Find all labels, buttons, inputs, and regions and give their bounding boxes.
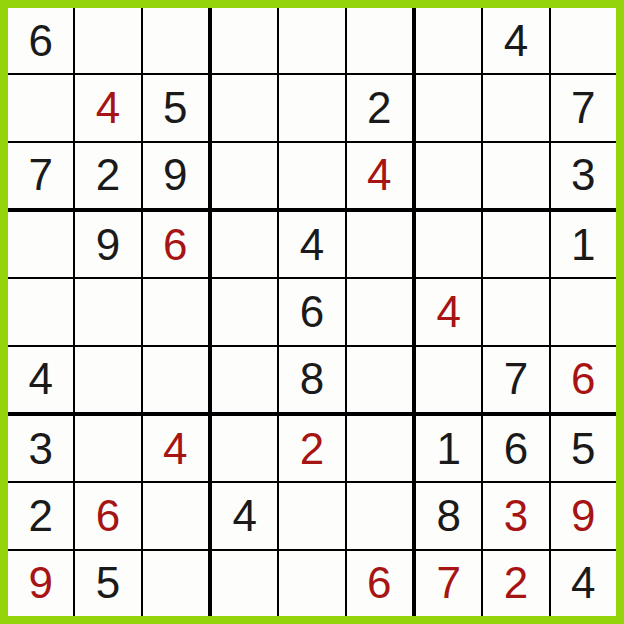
cell-r1c7[interactable] [416,8,481,73]
cell-r6c5[interactable]: 8 [279,347,344,412]
cell-r3c1[interactable]: 7 [8,143,73,208]
cell-r7c4[interactable] [212,416,277,481]
cell-r6c6[interactable] [347,347,412,412]
cell-r6c8[interactable]: 7 [483,347,548,412]
cell-r8c8[interactable]: 3 [483,483,548,548]
cell-r1c6[interactable] [347,8,412,73]
cell-r9c4[interactable] [212,551,277,616]
block-5: 468 [212,212,412,412]
cell-r1c1[interactable]: 6 [8,8,73,73]
cell-r2c1[interactable] [8,75,73,140]
cell-r2c4[interactable] [212,75,277,140]
cell-r3c7[interactable] [416,143,481,208]
cell-r5c8[interactable] [483,279,548,344]
cell-r4c4[interactable] [212,212,277,277]
cell-r9c7[interactable]: 7 [416,551,481,616]
cell-r9c2[interactable]: 5 [75,551,140,616]
cell-r2c5[interactable] [279,75,344,140]
cell-r4c9[interactable]: 1 [551,212,616,277]
cell-r4c6[interactable] [347,212,412,277]
cell-r2c9[interactable]: 7 [551,75,616,140]
cell-r3c8[interactable] [483,143,548,208]
cell-r2c2[interactable]: 4 [75,75,140,140]
cell-r5c7[interactable]: 4 [416,279,481,344]
cell-r8c7[interactable]: 8 [416,483,481,548]
block-7: 342695 [8,416,208,616]
cell-r5c1[interactable] [8,279,73,344]
cell-r8c3[interactable] [143,483,208,548]
cell-r1c4[interactable] [212,8,277,73]
cell-r5c3[interactable] [143,279,208,344]
cell-r3c2[interactable]: 2 [75,143,140,208]
cell-r7c9[interactable]: 5 [551,416,616,481]
cell-r6c4[interactable] [212,347,277,412]
cell-r9c1[interactable]: 9 [8,551,73,616]
block-6: 1476 [416,212,616,412]
cell-r4c7[interactable] [416,212,481,277]
cell-r5c4[interactable] [212,279,277,344]
cell-r7c3[interactable]: 4 [143,416,208,481]
cell-r5c6[interactable] [347,279,412,344]
cell-r3c9[interactable]: 3 [551,143,616,208]
cell-r9c3[interactable] [143,551,208,616]
cell-r3c6[interactable]: 4 [347,143,412,208]
cell-r2c8[interactable] [483,75,548,140]
cell-r2c7[interactable] [416,75,481,140]
cell-r6c3[interactable] [143,347,208,412]
cell-r4c1[interactable] [8,212,73,277]
cell-r5c2[interactable] [75,279,140,344]
cell-r8c9[interactable]: 9 [551,483,616,548]
cell-r9c5[interactable] [279,551,344,616]
cell-r3c4[interactable] [212,143,277,208]
block-8: 246 [212,416,412,616]
cell-r3c3[interactable]: 9 [143,143,208,208]
cell-r8c6[interactable] [347,483,412,548]
cell-r8c5[interactable] [279,483,344,548]
block-9: 165839724 [416,416,616,616]
cell-r2c3[interactable]: 5 [143,75,208,140]
cell-r9c8[interactable]: 2 [483,551,548,616]
cell-r1c2[interactable] [75,8,140,73]
cell-r1c3[interactable] [143,8,208,73]
cell-r1c5[interactable] [279,8,344,73]
cell-r4c3[interactable]: 6 [143,212,208,277]
cell-r7c6[interactable] [347,416,412,481]
cell-r7c7[interactable]: 1 [416,416,481,481]
cell-r6c2[interactable] [75,347,140,412]
cell-r8c4[interactable]: 4 [212,483,277,548]
block-3: 473 [416,8,616,208]
block-1: 645729 [8,8,208,208]
cell-r4c5[interactable]: 4 [279,212,344,277]
cell-r7c2[interactable] [75,416,140,481]
cell-r3c5[interactable] [279,143,344,208]
cell-r9c6[interactable]: 6 [347,551,412,616]
sudoku-board: 645729244739644681476342695246165839724 [0,0,624,624]
cell-r1c9[interactable] [551,8,616,73]
cell-r8c2[interactable]: 6 [75,483,140,548]
cell-r4c8[interactable] [483,212,548,277]
cell-r2c6[interactable]: 2 [347,75,412,140]
cell-r8c1[interactable]: 2 [8,483,73,548]
cell-r7c5[interactable]: 2 [279,416,344,481]
cell-r6c9[interactable]: 6 [551,347,616,412]
cell-r6c1[interactable]: 4 [8,347,73,412]
cell-r7c8[interactable]: 6 [483,416,548,481]
cell-r5c9[interactable] [551,279,616,344]
block-4: 964 [8,212,208,412]
cell-r1c8[interactable]: 4 [483,8,548,73]
cell-r5c5[interactable]: 6 [279,279,344,344]
block-2: 24 [212,8,412,208]
cell-r6c7[interactable] [416,347,481,412]
cell-r9c9[interactable]: 4 [551,551,616,616]
cell-r4c2[interactable]: 9 [75,212,140,277]
cell-r7c1[interactable]: 3 [8,416,73,481]
